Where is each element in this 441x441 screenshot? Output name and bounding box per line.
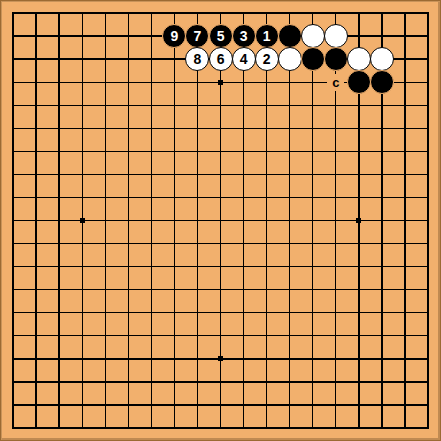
grid-horizontal-line (12, 266, 428, 267)
grid-horizontal-line (12, 243, 428, 244)
white-stone (347, 47, 371, 71)
black-stone: 9 (162, 24, 186, 48)
black-stone (347, 70, 371, 94)
grid-horizontal-line (12, 220, 428, 221)
black-stone (278, 24, 302, 48)
white-stone (324, 24, 348, 48)
star-point (356, 218, 361, 223)
star-point (218, 356, 223, 361)
grid-vertical-line (404, 12, 405, 428)
star-point (80, 218, 85, 223)
grid-horizontal-line (12, 381, 428, 382)
grid-vertical-line (266, 12, 267, 428)
grid-horizontal-line (12, 427, 428, 428)
grid-horizontal-line (12, 335, 428, 336)
black-stone: 3 (232, 24, 256, 48)
white-stone: 6 (209, 47, 233, 71)
white-stone: 4 (232, 47, 256, 71)
white-stone (301, 24, 325, 48)
grid-vertical-line (312, 12, 313, 428)
black-stone (324, 47, 348, 71)
grid-vertical-line (427, 12, 428, 428)
grid-vertical-line (289, 12, 290, 428)
black-stone: 5 (209, 24, 233, 48)
black-stone: 1 (255, 24, 279, 48)
grid-vertical-line (243, 12, 244, 428)
white-stone (370, 47, 394, 71)
grid-horizontal-line (12, 289, 428, 290)
white-stone: 2 (255, 47, 279, 71)
star-point (218, 80, 223, 85)
grid-horizontal-line (12, 312, 428, 313)
black-stone (301, 47, 325, 71)
white-stone: 8 (185, 47, 209, 71)
black-stone: 7 (185, 24, 209, 48)
grid-horizontal-line (12, 404, 428, 405)
point-label-c: c (327, 74, 344, 91)
white-stone (278, 47, 302, 71)
black-stone (370, 70, 394, 94)
go-board: c975318642 (0, 0, 441, 441)
